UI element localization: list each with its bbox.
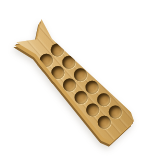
photo-background: [0, 0, 160, 160]
mancala-board[interactable]: [14, 16, 139, 146]
board-shadow-wrap: [0, 0, 160, 160]
